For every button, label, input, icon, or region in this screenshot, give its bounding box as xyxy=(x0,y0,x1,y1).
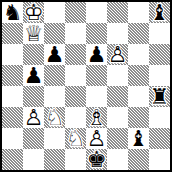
square-h3[interactable] xyxy=(149,107,170,128)
square-a8[interactable]: ♞♞ xyxy=(2,2,23,23)
white-pawn: ♟♙ xyxy=(86,128,107,149)
square-h1[interactable] xyxy=(149,149,170,170)
square-g2[interactable]: ♝♝ xyxy=(128,128,149,149)
piece-glyph: ♗ xyxy=(86,107,107,128)
square-a6[interactable] xyxy=(2,44,23,65)
square-h6[interactable] xyxy=(149,44,170,65)
square-f3[interactable] xyxy=(107,107,128,128)
piece-glyph: ♙ xyxy=(107,44,128,65)
square-d2[interactable]: ♞♘ xyxy=(65,128,86,149)
square-e6[interactable]: ♟♟ xyxy=(86,44,107,65)
square-d8[interactable] xyxy=(65,2,86,23)
square-d6[interactable] xyxy=(65,44,86,65)
square-c8[interactable] xyxy=(44,2,65,23)
white-king: ♚♔ xyxy=(23,2,44,23)
piece-glyph: ♟ xyxy=(44,44,65,65)
square-a1[interactable] xyxy=(2,149,23,170)
square-e1[interactable]: ♚♚ xyxy=(86,149,107,170)
square-d3[interactable] xyxy=(65,107,86,128)
square-d4[interactable] xyxy=(65,86,86,107)
white-queen: ♛♕ xyxy=(23,23,44,44)
square-c5[interactable] xyxy=(44,65,65,86)
piece-glyph: ♔ xyxy=(23,2,44,23)
square-c1[interactable] xyxy=(44,149,65,170)
square-b8[interactable]: ♚♔ xyxy=(23,2,44,23)
square-d1[interactable] xyxy=(65,149,86,170)
square-e2[interactable]: ♟♙ xyxy=(86,128,107,149)
square-b6[interactable] xyxy=(23,44,44,65)
square-b2[interactable] xyxy=(23,128,44,149)
square-g5[interactable] xyxy=(128,65,149,86)
square-d5[interactable] xyxy=(65,65,86,86)
white-knight: ♞♘ xyxy=(65,128,86,149)
square-a7[interactable] xyxy=(2,23,23,44)
square-c7[interactable] xyxy=(44,23,65,44)
square-c4[interactable] xyxy=(44,86,65,107)
piece-glyph: ♞ xyxy=(2,2,23,23)
black-rook: ♜♜ xyxy=(149,86,170,107)
square-f8[interactable] xyxy=(107,2,128,23)
square-a3[interactable] xyxy=(2,107,23,128)
black-king: ♚♚ xyxy=(86,149,107,170)
black-knight: ♞♞ xyxy=(2,2,23,23)
square-b3[interactable]: ♟♙ xyxy=(23,107,44,128)
square-b7[interactable]: ♛♕ xyxy=(23,23,44,44)
square-b5[interactable]: ♟♟ xyxy=(23,65,44,86)
black-pawn: ♟♟ xyxy=(86,44,107,65)
piece-glyph: ♚ xyxy=(86,149,107,170)
square-f5[interactable] xyxy=(107,65,128,86)
piece-glyph: ♙ xyxy=(23,107,44,128)
black-bishop: ♝♝ xyxy=(149,2,170,23)
piece-glyph: ♟ xyxy=(86,44,107,65)
white-pawn: ♟♙ xyxy=(23,107,44,128)
piece-glyph: ♘ xyxy=(44,107,65,128)
piece-glyph: ♘ xyxy=(65,128,86,149)
square-g1[interactable] xyxy=(128,149,149,170)
black-pawn: ♟♟ xyxy=(23,65,44,86)
square-g8[interactable] xyxy=(128,2,149,23)
chess-board: ♞♞♚♔♝♝♛♕♟♟♟♟♟♙♟♟♜♜♟♙♞♘♝♗♞♘♟♙♝♝♚♚ xyxy=(0,0,172,172)
square-g7[interactable] xyxy=(128,23,149,44)
piece-glyph: ♕ xyxy=(23,23,44,44)
square-f6[interactable]: ♟♙ xyxy=(107,44,128,65)
piece-glyph: ♝ xyxy=(149,2,170,23)
square-e3[interactable]: ♝♗ xyxy=(86,107,107,128)
square-a2[interactable] xyxy=(2,128,23,149)
white-pawn: ♟♙ xyxy=(107,44,128,65)
square-f4[interactable] xyxy=(107,86,128,107)
square-h4[interactable]: ♜♜ xyxy=(149,86,170,107)
square-e5[interactable] xyxy=(86,65,107,86)
square-g6[interactable] xyxy=(128,44,149,65)
square-h2[interactable] xyxy=(149,128,170,149)
square-f2[interactable] xyxy=(107,128,128,149)
square-f7[interactable] xyxy=(107,23,128,44)
black-pawn: ♟♟ xyxy=(44,44,65,65)
square-a4[interactable] xyxy=(2,86,23,107)
square-g3[interactable] xyxy=(128,107,149,128)
piece-glyph: ♜ xyxy=(149,86,170,107)
square-d7[interactable] xyxy=(65,23,86,44)
square-e7[interactable] xyxy=(86,23,107,44)
square-f1[interactable] xyxy=(107,149,128,170)
square-e8[interactable] xyxy=(86,2,107,23)
square-c3[interactable]: ♞♘ xyxy=(44,107,65,128)
black-bishop: ♝♝ xyxy=(128,128,149,149)
square-a5[interactable] xyxy=(2,65,23,86)
square-g4[interactable] xyxy=(128,86,149,107)
square-h8[interactable]: ♝♝ xyxy=(149,2,170,23)
square-h5[interactable] xyxy=(149,65,170,86)
square-c6[interactable]: ♟♟ xyxy=(44,44,65,65)
square-e4[interactable] xyxy=(86,86,107,107)
square-b1[interactable] xyxy=(23,149,44,170)
white-bishop: ♝♗ xyxy=(86,107,107,128)
square-b4[interactable] xyxy=(23,86,44,107)
square-h7[interactable] xyxy=(149,23,170,44)
white-knight: ♞♘ xyxy=(44,107,65,128)
square-c2[interactable] xyxy=(44,128,65,149)
piece-glyph: ♝ xyxy=(128,128,149,149)
piece-glyph: ♙ xyxy=(86,128,107,149)
piece-glyph: ♟ xyxy=(23,65,44,86)
